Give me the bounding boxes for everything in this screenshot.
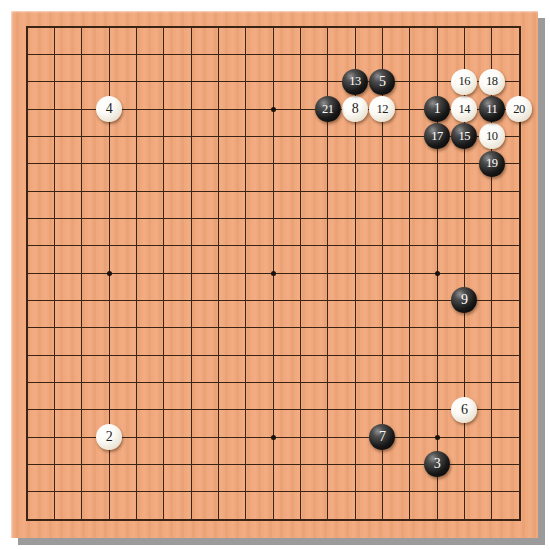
- stone-black-5[interactable]: 5: [369, 69, 395, 95]
- move-number: 14: [459, 103, 471, 116]
- stone-white-10[interactable]: 10: [479, 123, 505, 149]
- move-number: 9: [461, 293, 468, 307]
- stone-white-6[interactable]: 6: [451, 397, 477, 423]
- move-number: 19: [486, 157, 498, 170]
- move-number: 3: [434, 457, 441, 471]
- move-number: 5: [379, 75, 386, 89]
- stone-white-16[interactable]: 16: [451, 69, 477, 95]
- stone-black-1[interactable]: 1: [424, 96, 450, 122]
- move-number: 1: [434, 102, 441, 116]
- move-number: 18: [486, 75, 498, 88]
- move-number: 10: [486, 130, 498, 143]
- move-number: 7: [379, 430, 386, 444]
- stone-black-13[interactable]: 13: [342, 69, 368, 95]
- move-number: 16: [459, 75, 471, 88]
- move-number: 15: [459, 130, 471, 143]
- move-number: 20: [513, 103, 525, 116]
- stone-black-19[interactable]: 19: [479, 151, 505, 177]
- go-board[interactable]: 123456789101112131415161718192021: [11, 11, 538, 538]
- stone-white-20[interactable]: 20: [506, 96, 532, 122]
- star-point: [435, 435, 440, 440]
- stone-white-18[interactable]: 18: [479, 69, 505, 95]
- move-number: 13: [349, 75, 361, 88]
- move-number: 8: [352, 102, 359, 116]
- star-point: [271, 271, 276, 276]
- star-point: [271, 107, 276, 112]
- stone-black-11[interactable]: 11: [479, 96, 505, 122]
- stone-white-2[interactable]: 2: [96, 424, 122, 450]
- move-number: 4: [106, 102, 113, 116]
- move-number: 2: [106, 430, 113, 444]
- stone-white-8[interactable]: 8: [342, 96, 368, 122]
- move-number: 17: [431, 130, 443, 143]
- star-point: [435, 271, 440, 276]
- star-point: [107, 271, 112, 276]
- move-number: 21: [322, 103, 334, 116]
- stone-black-21[interactable]: 21: [315, 96, 341, 122]
- stone-white-4[interactable]: 4: [96, 96, 122, 122]
- move-number: 12: [377, 103, 389, 116]
- move-number: 11: [486, 103, 497, 116]
- star-point: [271, 435, 276, 440]
- move-number: 6: [461, 403, 468, 417]
